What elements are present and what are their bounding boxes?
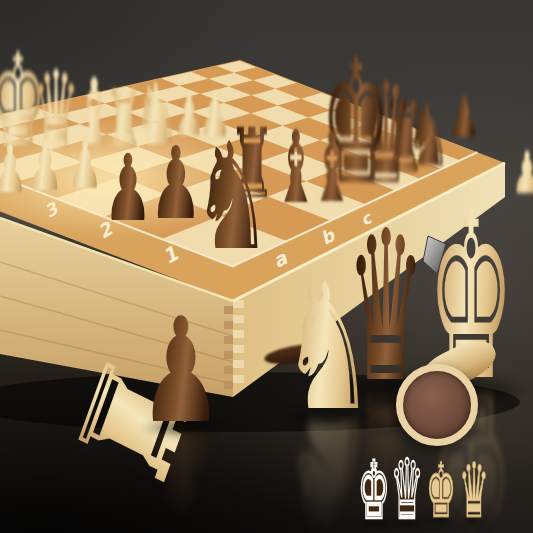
thumb-white-king: ♚ [426,453,457,529]
finger-joint [224,336,233,344]
finger-joint [233,345,244,353]
felt-bottom-disc [396,364,478,446]
finger-joint [224,306,233,314]
dark-knight-board: ♞ [192,123,272,271]
finger-joint [233,375,244,383]
finger-joint [233,360,244,368]
white-pawn-board-3: ♟ [0,137,28,203]
dark-pawn-board-1: ♟ [103,143,152,235]
finger-joint [233,315,244,323]
white-pawn-board-5: ♟ [67,133,103,199]
finger-joint [233,330,244,338]
thumb-white-queen: ♛ [459,453,490,529]
white-pawn-board-6: ♟ [511,144,533,202]
white-knight-table: ♞ [281,260,375,435]
thumb-dark-king: ♚ [358,451,390,531]
finger-joint [224,381,233,389]
dark-pawn-table: ♟ [139,298,224,443]
finger-joint [224,321,233,329]
dark-bishop-board-1: ♝ [274,118,319,218]
finger-joint [224,351,233,359]
chess-set-photo: 123abc ♚♛♝♜♞♟♟♟♟♟♟♟♟♜♞♝♝♚♛♜♞♟♜♟♟♞♞♛♛♚♚ ♚… [0,0,533,533]
dark-pawn-board-3: ♟ [448,90,481,146]
thumb-dark-queen: ♛ [390,449,423,531]
white-pawn-board-4: ♟ [27,133,64,201]
finger-joint [224,366,233,374]
